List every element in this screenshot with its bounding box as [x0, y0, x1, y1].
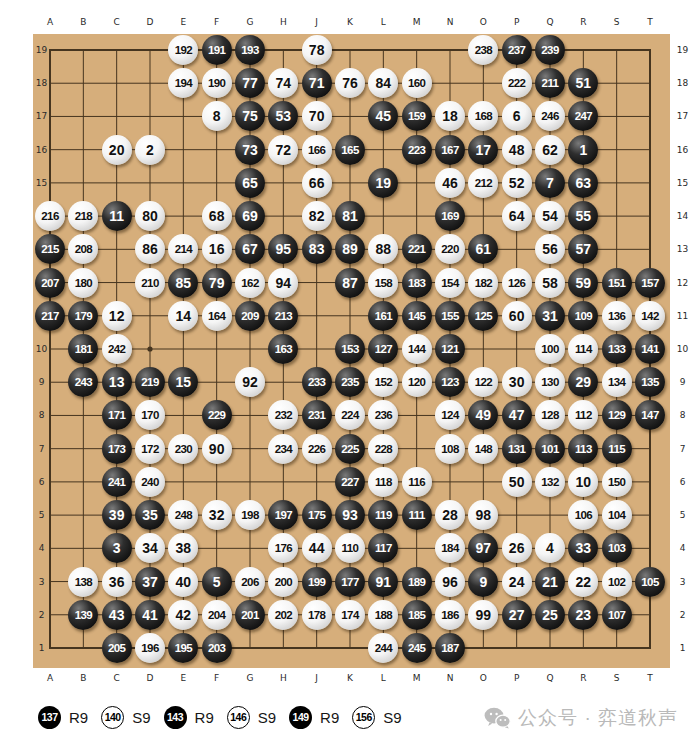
row-label-left-19: 19	[36, 45, 47, 55]
stone-C6: 241	[102, 467, 132, 497]
stone-move-number: 123	[441, 376, 458, 388]
caption-entry-156: 156S9	[352, 706, 401, 729]
stone-J9: 233	[302, 367, 332, 397]
stone-P3: 24	[502, 567, 532, 597]
stone-move-number: 53	[276, 108, 292, 124]
stone-K6: 227	[335, 467, 365, 497]
row-label-left-18: 18	[36, 78, 47, 88]
stone-G14: 69	[235, 201, 265, 231]
stone-move-number: 129	[608, 409, 625, 421]
col-label-top-P: P	[514, 17, 519, 27]
stone-S5: 104	[602, 500, 632, 530]
stone-Q11: 31	[535, 301, 565, 331]
stone-move-number: 33	[576, 540, 592, 556]
stone-move-number: 182	[475, 277, 492, 289]
stone-move-number: 55	[576, 208, 592, 224]
row-label-right-7: 7	[680, 444, 686, 454]
stone-move-number: 38	[176, 540, 192, 556]
stone-move-number: 186	[441, 609, 458, 621]
stone-move-number: 141	[641, 343, 658, 355]
stone-move-number: 228	[375, 443, 392, 455]
row-label-left-5: 5	[39, 510, 45, 520]
stone-S12: 151	[602, 268, 632, 298]
col-label-bottom-T: T	[647, 673, 653, 683]
stone-P2: 27	[502, 600, 532, 630]
stone-move-number: 192	[175, 44, 192, 56]
stone-D6: 240	[135, 467, 165, 497]
stone-move-number: 5	[213, 574, 221, 590]
caption-point: R9	[320, 709, 339, 726]
stone-move-number: 15	[176, 374, 192, 390]
stone-G15: 65	[235, 168, 265, 198]
stone-E3: 40	[168, 567, 198, 597]
col-label-bottom-C: C	[114, 673, 120, 683]
stone-move-number: 4	[546, 540, 554, 556]
stone-move-number: 72	[276, 142, 292, 158]
stone-F12: 79	[202, 268, 232, 298]
stone-T12: 157	[635, 268, 665, 298]
stone-move-number: 26	[509, 540, 525, 556]
stone-move-number: 64	[509, 208, 525, 224]
stone-H12: 94	[268, 268, 298, 298]
col-label-top-O: O	[480, 17, 487, 27]
stone-move-number: 29	[576, 374, 592, 390]
stone-M18: 160	[402, 68, 432, 98]
stone-move-number: 245	[408, 642, 425, 654]
stone-M17: 159	[402, 101, 432, 131]
stone-move-number: 209	[241, 310, 258, 322]
stone-move-number: 60	[509, 308, 525, 324]
stone-move-number: 2	[146, 142, 154, 158]
stone-move-number: 198	[241, 509, 258, 521]
stone-move-number: 151	[608, 277, 625, 289]
stone-move-number: 20	[109, 142, 125, 158]
row-label-left-15: 15	[36, 178, 47, 188]
stone-move-number: 220	[441, 243, 458, 255]
stone-H11: 213	[268, 301, 298, 331]
stone-move-number: 238	[475, 44, 492, 56]
stone-move-number: 32	[209, 507, 225, 523]
stone-D16: 2	[135, 135, 165, 165]
stone-J4: 44	[302, 533, 332, 563]
stone-move-number: 118	[375, 476, 392, 488]
stone-move-number: 113	[575, 443, 592, 455]
stone-M9: 120	[402, 367, 432, 397]
kifu-page: AABBCCDDEEFFGGHHJJKKLLMMNNOOPPQQRRSSTT19…	[0, 0, 700, 749]
stone-move-number: 41	[142, 607, 158, 623]
stone-K10: 153	[335, 334, 365, 364]
stone-S7: 115	[602, 434, 632, 464]
stone-move-number: 221	[408, 243, 425, 255]
stone-move-number: 116	[408, 476, 425, 488]
row-label-left-9: 9	[39, 377, 45, 387]
stone-move-number: 94	[276, 275, 292, 291]
stone-move-number: 96	[442, 574, 458, 590]
stone-move-number: 218	[75, 210, 92, 222]
col-label-bottom-G: G	[247, 673, 254, 683]
stone-Q10: 100	[535, 334, 565, 364]
row-label-right-15: 15	[677, 178, 688, 188]
col-label-bottom-S: S	[614, 673, 620, 683]
stone-C5: 39	[102, 500, 132, 530]
stone-J14: 82	[302, 201, 332, 231]
stone-K7: 225	[335, 434, 365, 464]
stone-move-number: 191	[208, 44, 225, 56]
col-label-bottom-L: L	[381, 673, 386, 683]
stone-N3: 96	[435, 567, 465, 597]
col-label-bottom-H: H	[280, 673, 287, 683]
stone-S2: 107	[602, 600, 632, 630]
stone-P9: 30	[502, 367, 532, 397]
stone-move-number: 66	[309, 175, 325, 191]
stone-move-number: 162	[241, 277, 258, 289]
row-label-right-14: 14	[677, 211, 688, 221]
stone-move-number: 240	[141, 476, 158, 488]
stone-move-number: 83	[309, 241, 325, 257]
stone-G12: 162	[235, 268, 265, 298]
stone-C1: 205	[102, 633, 132, 663]
stone-move-number: 11	[109, 208, 124, 224]
stone-move-number: 110	[342, 542, 359, 554]
col-label-bottom-M: M	[413, 673, 421, 683]
stone-move-number: 73	[242, 142, 258, 158]
stone-S8: 129	[602, 400, 632, 430]
stone-N12: 154	[435, 268, 465, 298]
stone-move-number: 88	[376, 241, 392, 257]
stone-move-number: 100	[541, 343, 558, 355]
caption-stone-146: 146	[227, 706, 250, 729]
row-label-right-18: 18	[677, 78, 688, 88]
stone-N16: 167	[435, 135, 465, 165]
row-label-right-16: 16	[677, 145, 688, 155]
stone-J15: 66	[302, 168, 332, 198]
stone-P19: 237	[502, 35, 532, 65]
stone-move-number: 102	[608, 576, 625, 588]
row-label-right-10: 10	[677, 344, 688, 354]
stone-move-number: 215	[41, 243, 58, 255]
stone-D1: 196	[135, 633, 165, 663]
stone-move-number: 42	[176, 607, 192, 623]
stone-move-number: 213	[275, 310, 292, 322]
stone-move-number: 139	[75, 609, 92, 621]
stone-move-number: 159	[408, 110, 425, 122]
stone-move-number: 134	[608, 376, 625, 388]
stone-move-number: 108	[441, 443, 458, 455]
row-label-left-2: 2	[39, 610, 45, 620]
col-label-bottom-B: B	[80, 673, 86, 683]
stone-P4: 26	[502, 533, 532, 563]
caption-entry-146: 146S9	[227, 706, 276, 729]
stone-P15: 52	[502, 168, 532, 198]
stone-move-number: 95	[276, 241, 292, 257]
stone-E12: 85	[168, 268, 198, 298]
stone-move-number: 222	[508, 77, 525, 89]
stone-move-number: 226	[308, 443, 325, 455]
stone-move-number: 65	[242, 175, 258, 191]
stone-D3: 37	[135, 567, 165, 597]
stone-O12: 182	[468, 268, 498, 298]
stone-move-number: 16	[209, 241, 225, 257]
stone-move-number: 210	[141, 277, 158, 289]
stone-move-number: 91	[376, 574, 392, 590]
stone-O3: 9	[468, 567, 498, 597]
stone-B2: 139	[68, 600, 98, 630]
row-label-right-13: 13	[677, 244, 688, 254]
stone-M11: 145	[402, 301, 432, 331]
stone-A11: 217	[35, 301, 65, 331]
stone-move-number: 176	[275, 542, 292, 554]
stone-move-number: 112	[575, 409, 592, 421]
row-label-right-19: 19	[677, 45, 688, 55]
stone-L3: 91	[368, 567, 398, 597]
stone-move-number: 111	[409, 509, 425, 521]
stone-move-number: 131	[508, 443, 525, 455]
caption-stone-140: 140	[101, 706, 124, 729]
stone-move-number: 54	[542, 208, 558, 224]
stone-move-number: 199	[308, 576, 325, 588]
stone-move-number: 76	[342, 75, 358, 91]
stone-move-number: 197	[275, 509, 292, 521]
col-label-bottom-D: D	[147, 673, 154, 683]
stone-Q7: 101	[535, 434, 565, 464]
stone-F19: 191	[202, 35, 232, 65]
stone-move-number: 236	[375, 409, 392, 421]
stone-move-number: 165	[341, 144, 358, 156]
stone-K2: 174	[335, 600, 365, 630]
stone-move-number: 239	[541, 44, 558, 56]
stone-S10: 133	[602, 334, 632, 364]
stone-Q2: 25	[535, 600, 565, 630]
stone-move-number: 133	[608, 343, 625, 355]
stone-move-number: 203	[208, 642, 225, 654]
move-caption: 137R9140S9143R9146S9149R9156S9	[38, 701, 415, 733]
row-label-left-1: 1	[39, 643, 45, 653]
stone-move-number: 59	[576, 275, 592, 291]
stone-move-number: 61	[476, 241, 492, 257]
stone-F14: 68	[202, 201, 232, 231]
stone-S4: 103	[602, 533, 632, 563]
stone-move-number: 155	[441, 310, 458, 322]
stone-move-number: 152	[375, 376, 392, 388]
col-label-bottom-R: R	[580, 673, 586, 683]
stone-move-number: 227	[341, 476, 358, 488]
stone-move-number: 181	[75, 343, 92, 355]
caption-point: R9	[195, 709, 214, 726]
col-label-bottom-E: E	[180, 673, 186, 683]
stone-move-number: 97	[476, 540, 492, 556]
stone-S6: 150	[602, 467, 632, 497]
stone-F3: 5	[202, 567, 232, 597]
stone-P18: 222	[502, 68, 532, 98]
stone-move-number: 130	[541, 376, 558, 388]
stone-move-number: 86	[142, 241, 158, 257]
stone-move-number: 74	[276, 75, 292, 91]
stone-move-number: 214	[175, 243, 192, 255]
stone-R2: 23	[568, 600, 598, 630]
stone-J18: 71	[302, 68, 332, 98]
row-label-left-16: 16	[36, 145, 47, 155]
stone-move-number: 80	[142, 208, 158, 224]
stone-move-number: 201	[241, 609, 258, 621]
col-label-top-H: H	[280, 17, 287, 27]
row-label-right-5: 5	[680, 510, 686, 520]
row-label-left-17: 17	[36, 111, 47, 121]
stone-move-number: 194	[175, 77, 192, 89]
stone-move-number: 178	[308, 609, 325, 621]
stone-move-number: 7	[546, 175, 554, 191]
stone-N10: 121	[435, 334, 465, 364]
stone-E2: 42	[168, 600, 198, 630]
stone-J17: 70	[302, 101, 332, 131]
stone-move-number: 230	[175, 443, 192, 455]
stone-move-number: 144	[408, 343, 425, 355]
stone-N2: 186	[435, 600, 465, 630]
stone-move-number: 189	[408, 576, 425, 588]
col-label-top-S: S	[614, 17, 620, 27]
stone-move-number: 177	[341, 576, 358, 588]
stone-move-number: 114	[575, 343, 592, 355]
stone-O16: 17	[468, 135, 498, 165]
col-label-top-K: K	[347, 17, 353, 27]
stone-move-number: 105	[641, 576, 658, 588]
stone-move-number: 217	[41, 310, 58, 322]
stone-move-number: 57	[576, 241, 592, 257]
stone-move-number: 19	[376, 175, 392, 191]
caption-entry-137: 137R9	[38, 706, 88, 729]
stone-R11: 109	[568, 301, 598, 331]
stone-O2: 99	[468, 600, 498, 630]
stone-D7: 172	[135, 434, 165, 464]
stone-move-number: 68	[209, 208, 225, 224]
row-label-right-9: 9	[680, 377, 686, 387]
col-label-top-E: E	[180, 17, 186, 27]
stone-move-number: 190	[208, 77, 225, 89]
stone-move-number: 175	[308, 509, 325, 521]
stone-F2: 204	[202, 600, 232, 630]
stone-move-number: 235	[341, 376, 358, 388]
stone-move-number: 13	[109, 374, 125, 390]
stone-N7: 108	[435, 434, 465, 464]
stone-move-number: 121	[441, 343, 458, 355]
stone-move-number: 98	[476, 507, 492, 523]
stone-move-number: 127	[375, 343, 392, 355]
stone-C9: 13	[102, 367, 132, 397]
row-label-left-8: 8	[39, 410, 45, 420]
stone-K5: 93	[335, 500, 365, 530]
stone-move-number: 234	[275, 443, 292, 455]
stone-F13: 16	[202, 234, 232, 264]
stone-move-number: 21	[542, 574, 558, 590]
stone-move-number: 179	[75, 310, 92, 322]
stone-move-number: 84	[376, 75, 392, 91]
stone-G16: 73	[235, 135, 265, 165]
stone-move-number: 120	[408, 376, 425, 388]
stone-move-number: 50	[509, 474, 525, 490]
stone-move-number: 168	[475, 110, 492, 122]
stone-T3: 105	[635, 567, 665, 597]
stone-C11: 12	[102, 301, 132, 331]
row-label-right-6: 6	[680, 477, 686, 487]
row-label-right-3: 3	[680, 577, 686, 587]
stone-move-number: 237	[508, 44, 525, 56]
stone-F1: 203	[202, 633, 232, 663]
star-point-D10	[147, 346, 152, 351]
stone-Q12: 58	[535, 268, 565, 298]
stone-P12: 126	[502, 268, 532, 298]
stone-move-number: 69	[242, 208, 258, 224]
row-label-right-12: 12	[677, 278, 688, 288]
stone-move-number: 169	[441, 210, 458, 222]
stone-move-number: 77	[242, 75, 258, 91]
caption-entry-143: 143R9	[164, 706, 214, 729]
stone-move-number: 223	[408, 144, 425, 156]
stone-move-number: 147	[641, 409, 658, 421]
stone-L12: 158	[368, 268, 398, 298]
stone-move-number: 25	[542, 607, 558, 623]
stone-move-number: 92	[242, 374, 258, 390]
row-label-right-2: 2	[680, 610, 686, 620]
stone-J7: 226	[302, 434, 332, 464]
row-label-left-3: 3	[39, 577, 45, 587]
stone-move-number: 187	[441, 642, 458, 654]
stone-move-number: 81	[342, 208, 358, 224]
stone-L11: 161	[368, 301, 398, 331]
stone-G11: 209	[235, 301, 265, 331]
stone-M13: 221	[402, 234, 432, 264]
stone-M16: 223	[402, 135, 432, 165]
stone-move-number: 75	[242, 108, 258, 124]
stone-N15: 46	[435, 168, 465, 198]
stone-move-number: 104	[608, 509, 625, 521]
stone-J13: 83	[302, 234, 332, 264]
wechat-icon	[484, 707, 511, 729]
stone-G2: 201	[235, 600, 265, 630]
stone-move-number: 67	[242, 241, 258, 257]
stone-move-number: 9	[479, 574, 487, 590]
stone-move-number: 163	[275, 343, 292, 355]
stone-D14: 80	[135, 201, 165, 231]
stone-move-number: 229	[208, 409, 225, 421]
row-label-right-11: 11	[677, 311, 688, 321]
stone-move-number: 200	[275, 576, 292, 588]
stone-move-number: 3	[113, 540, 121, 556]
stone-F7: 90	[202, 434, 232, 464]
stone-move-number: 233	[308, 376, 325, 388]
stone-move-number: 207	[41, 277, 58, 289]
stone-move-number: 93	[342, 507, 358, 523]
stone-move-number: 44	[309, 540, 325, 556]
stone-move-number: 219	[141, 376, 158, 388]
stone-move-number: 185	[408, 609, 425, 621]
stone-C3: 36	[102, 567, 132, 597]
stone-H2: 202	[268, 600, 298, 630]
stone-move-number: 47	[509, 407, 525, 423]
row-label-right-1: 1	[680, 643, 686, 653]
col-label-top-D: D	[147, 17, 154, 27]
stone-K16: 165	[335, 135, 365, 165]
stone-move-number: 22	[576, 574, 592, 590]
stone-move-number: 90	[209, 441, 225, 457]
stone-move-number: 183	[408, 277, 425, 289]
stone-move-number: 119	[375, 509, 392, 521]
stone-move-number: 216	[41, 210, 58, 222]
stone-move-number: 39	[109, 507, 125, 523]
stone-A14: 216	[35, 201, 65, 231]
stone-L15: 19	[368, 168, 398, 198]
row-label-right-8: 8	[680, 410, 686, 420]
stone-G5: 198	[235, 500, 265, 530]
stone-move-number: 56	[542, 241, 558, 257]
